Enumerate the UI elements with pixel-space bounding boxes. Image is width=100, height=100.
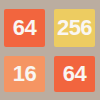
tile-256-top-right: 256 [54, 9, 95, 47]
tile-value: 256 [57, 17, 92, 39]
tile-64-bottom-right: 64 [54, 56, 95, 92]
tile-grid: 64 256 16 64 [4, 9, 95, 92]
2048-board[interactable]: 64 256 16 64 [0, 0, 100, 100]
tile-value: 64 [13, 17, 36, 39]
tile-64-top-left: 64 [4, 9, 45, 47]
tile-value: 64 [63, 63, 86, 85]
tile-value: 16 [13, 63, 36, 85]
tile-16-bottom-left: 16 [4, 56, 45, 92]
